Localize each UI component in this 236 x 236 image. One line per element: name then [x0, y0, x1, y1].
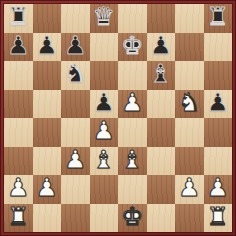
- square-g3[interactable]: [175, 147, 204, 176]
- square-d6[interactable]: [90, 61, 119, 90]
- square-b7[interactable]: ♟: [33, 33, 62, 62]
- square-e1[interactable]: ♚: [118, 204, 147, 233]
- square-c1[interactable]: [61, 204, 90, 233]
- chess-board: ♜♛♜♟♟♟♚♟♞♝♟♟♞♟♟♟♝♝♟♟♟♟♜♚♜: [4, 4, 232, 232]
- square-d5[interactable]: ♟: [90, 90, 119, 119]
- square-f3[interactable]: [147, 147, 176, 176]
- square-c2[interactable]: [61, 175, 90, 204]
- square-g7[interactable]: [175, 33, 204, 62]
- square-d7[interactable]: [90, 33, 119, 62]
- square-g4[interactable]: [175, 118, 204, 147]
- chess-board-frame: ♜♛♜♟♟♟♚♟♞♝♟♟♞♟♟♟♝♝♟♟♟♟♜♚♜: [0, 0, 236, 236]
- square-a4[interactable]: [4, 118, 33, 147]
- square-h4[interactable]: [204, 118, 233, 147]
- white-pawn[interactable]: ♟: [178, 175, 200, 202]
- black-pawn[interactable]: ♟: [64, 33, 86, 60]
- square-h5[interactable]: ♟: [204, 90, 233, 119]
- square-h8[interactable]: ♜: [204, 4, 233, 33]
- square-c3[interactable]: ♟: [61, 147, 90, 176]
- square-h6[interactable]: [204, 61, 233, 90]
- black-pawn[interactable]: ♟: [150, 33, 172, 60]
- square-f7[interactable]: ♟: [147, 33, 176, 62]
- square-g1[interactable]: [175, 204, 204, 233]
- square-e4[interactable]: [118, 118, 147, 147]
- square-a5[interactable]: [4, 90, 33, 119]
- square-c8[interactable]: [61, 4, 90, 33]
- black-pawn[interactable]: ♟: [7, 33, 29, 60]
- white-bishop[interactable]: ♝: [121, 147, 143, 174]
- square-b5[interactable]: [33, 90, 62, 119]
- square-e3[interactable]: ♝: [118, 147, 147, 176]
- square-b8[interactable]: [33, 4, 62, 33]
- square-e2[interactable]: [118, 175, 147, 204]
- square-c5[interactable]: [61, 90, 90, 119]
- square-g2[interactable]: ♟: [175, 175, 204, 204]
- square-c7[interactable]: ♟: [61, 33, 90, 62]
- square-d3[interactable]: ♝: [90, 147, 119, 176]
- square-g5[interactable]: ♞: [175, 90, 204, 119]
- square-a6[interactable]: [4, 61, 33, 90]
- black-pawn[interactable]: ♟: [93, 90, 115, 117]
- square-c4[interactable]: [61, 118, 90, 147]
- square-e5[interactable]: ♟: [118, 90, 147, 119]
- square-d8[interactable]: ♛: [90, 4, 119, 33]
- black-knight[interactable]: ♞: [64, 61, 86, 88]
- square-f5[interactable]: [147, 90, 176, 119]
- square-b4[interactable]: [33, 118, 62, 147]
- white-rook[interactable]: ♜: [7, 204, 29, 231]
- square-a2[interactable]: ♟: [4, 175, 33, 204]
- black-rook[interactable]: ♜: [207, 4, 229, 31]
- white-pawn[interactable]: ♟: [64, 147, 86, 174]
- square-f1[interactable]: [147, 204, 176, 233]
- black-pawn[interactable]: ♟: [36, 33, 58, 60]
- white-pawn[interactable]: ♟: [7, 175, 29, 202]
- square-b3[interactable]: [33, 147, 62, 176]
- square-h1[interactable]: ♜: [204, 204, 233, 233]
- black-bishop[interactable]: ♝: [150, 61, 172, 88]
- square-b6[interactable]: [33, 61, 62, 90]
- square-f6[interactable]: ♝: [147, 61, 176, 90]
- square-h3[interactable]: [204, 147, 233, 176]
- black-queen[interactable]: ♛: [93, 4, 115, 31]
- square-f2[interactable]: [147, 175, 176, 204]
- square-b2[interactable]: ♟: [33, 175, 62, 204]
- white-knight[interactable]: ♞: [178, 90, 200, 117]
- square-e7[interactable]: ♚: [118, 33, 147, 62]
- square-h2[interactable]: ♟: [204, 175, 233, 204]
- black-pawn[interactable]: ♟: [207, 90, 229, 117]
- square-d1[interactable]: [90, 204, 119, 233]
- square-a1[interactable]: ♜: [4, 204, 33, 233]
- black-king[interactable]: ♚: [121, 33, 143, 60]
- white-king[interactable]: ♚: [121, 204, 143, 231]
- square-f4[interactable]: [147, 118, 176, 147]
- square-a8[interactable]: ♜: [4, 4, 33, 33]
- black-rook[interactable]: ♜: [7, 4, 29, 31]
- square-a7[interactable]: ♟: [4, 33, 33, 62]
- square-f8[interactable]: [147, 4, 176, 33]
- white-bishop[interactable]: ♝: [93, 147, 115, 174]
- square-h7[interactable]: [204, 33, 233, 62]
- square-e6[interactable]: [118, 61, 147, 90]
- square-d4[interactable]: ♟: [90, 118, 119, 147]
- square-b1[interactable]: [33, 204, 62, 233]
- square-d2[interactable]: [90, 175, 119, 204]
- square-g6[interactable]: [175, 61, 204, 90]
- white-rook[interactable]: ♜: [207, 204, 229, 231]
- square-g8[interactable]: [175, 4, 204, 33]
- square-c6[interactable]: ♞: [61, 61, 90, 90]
- white-pawn[interactable]: ♟: [93, 118, 115, 145]
- white-pawn[interactable]: ♟: [207, 175, 229, 202]
- white-pawn[interactable]: ♟: [121, 90, 143, 117]
- white-pawn[interactable]: ♟: [36, 175, 58, 202]
- square-e8[interactable]: [118, 4, 147, 33]
- square-a3[interactable]: [4, 147, 33, 176]
